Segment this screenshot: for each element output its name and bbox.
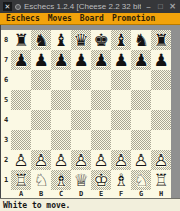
rank-label-2: 2: [1, 150, 11, 170]
menu-item-promotion[interactable]: Promotion: [108, 14, 159, 23]
white-pawn-piece: ♙: [91, 150, 111, 170]
piece-halo: ♟: [31, 150, 51, 170]
piece-halo: ♟: [71, 150, 91, 170]
rank-label-1: 1: [1, 170, 11, 190]
maximize-button[interactable]: □: [156, 1, 165, 12]
white-pawn-piece: ♙: [31, 150, 51, 170]
white-rook-piece: ♖: [151, 170, 171, 190]
square-b2[interactable]: ♟♙: [31, 150, 51, 170]
square-g7[interactable]: ♟♟: [131, 50, 151, 70]
minimize-button[interactable]: –: [144, 1, 153, 12]
rank-label-5: 5: [1, 90, 11, 110]
window-menu-icon[interactable]: [15, 4, 21, 10]
app-window: ✕ Eschecs 1.2.4 [Cheese 2.2 32 bits] – □…: [0, 0, 180, 211]
file-label-h: H: [151, 190, 171, 198]
square-c3[interactable]: [51, 130, 71, 150]
square-d2[interactable]: ♟♙: [71, 150, 91, 170]
black-pawn-piece: ♟: [91, 50, 111, 70]
square-h1[interactable]: ♜♖: [151, 170, 171, 190]
piece-halo: ♟: [111, 50, 131, 70]
square-a6[interactable]: [11, 70, 31, 90]
white-bishop-piece: ♗: [51, 170, 71, 190]
piece-halo: ♜: [151, 170, 171, 190]
square-a3[interactable]: [11, 130, 31, 150]
piece-halo: ♝: [111, 170, 131, 190]
piece-halo: ♜: [151, 30, 171, 50]
piece-halo: ♟: [151, 150, 171, 170]
square-g1[interactable]: ♞♘: [131, 170, 151, 190]
piece-halo: ♟: [111, 150, 131, 170]
square-h8[interactable]: ♜♜: [151, 30, 171, 50]
white-bishop-piece: ♗: [111, 170, 131, 190]
close-button[interactable]: ✕: [168, 1, 177, 12]
square-h6[interactable]: [151, 70, 171, 90]
square-b4[interactable]: [31, 110, 51, 130]
piece-halo: ♟: [11, 150, 31, 170]
piece-halo: ♚: [91, 170, 111, 190]
square-c1[interactable]: ♝♗: [51, 170, 71, 190]
piece-halo: ♟: [91, 150, 111, 170]
square-b8[interactable]: ♞♞: [31, 30, 51, 50]
black-rook-piece: ♜: [11, 30, 31, 50]
square-f6[interactable]: [111, 70, 131, 90]
black-pawn-piece: ♟: [71, 50, 91, 70]
piece-halo: ♝: [111, 30, 131, 50]
square-e5[interactable]: [91, 90, 111, 110]
white-knight-piece: ♘: [31, 170, 51, 190]
square-g5[interactable]: [131, 90, 151, 110]
menu-item-eschecs[interactable]: Eschecs: [2, 14, 44, 23]
piece-halo: ♟: [151, 50, 171, 70]
rank-label-7: 7: [1, 50, 11, 70]
status-text: White to move.: [3, 201, 70, 210]
square-b5[interactable]: [31, 90, 51, 110]
square-d4[interactable]: [71, 110, 91, 130]
white-knight-piece: ♘: [131, 170, 151, 190]
black-pawn-piece: ♟: [111, 50, 131, 70]
square-c6[interactable]: [51, 70, 71, 90]
square-d6[interactable]: [71, 70, 91, 90]
white-pawn-piece: ♙: [51, 150, 71, 170]
rank-labels: 87654321: [1, 30, 11, 190]
white-rook-piece: ♖: [11, 170, 31, 190]
square-f8[interactable]: ♝♝: [111, 30, 131, 50]
square-c5[interactable]: [51, 90, 71, 110]
white-pawn-piece: ♙: [131, 150, 151, 170]
file-labels: ABCDEFGH: [1, 190, 171, 198]
square-f5[interactable]: [111, 90, 131, 110]
black-pawn-piece: ♟: [131, 50, 151, 70]
menubar: EschecsMovesBoardPromotion: [0, 13, 180, 25]
square-g6[interactable]: [131, 70, 151, 90]
square-b3[interactable]: [31, 130, 51, 150]
piece-halo: ♛: [71, 170, 91, 190]
black-pawn-piece: ♟: [151, 50, 171, 70]
square-c8[interactable]: ♝♝: [51, 30, 71, 50]
square-f3[interactable]: [111, 130, 131, 150]
piece-halo: ♞: [31, 30, 51, 50]
piece-halo: ♝: [51, 30, 71, 50]
rank-label-6: 6: [1, 70, 11, 90]
piece-halo: ♟: [51, 50, 71, 70]
file-label-f: F: [111, 190, 131, 198]
square-f4[interactable]: [111, 110, 131, 130]
square-f7[interactable]: ♟♟: [111, 50, 131, 70]
square-a8[interactable]: ♜♜: [11, 30, 31, 50]
window-title: Eschecs 1.2.4 [Cheese 2.2 32 bits]: [24, 2, 141, 11]
square-g2[interactable]: ♟♙: [131, 150, 151, 170]
black-pawn-piece: ♟: [11, 50, 31, 70]
square-c4[interactable]: [51, 110, 71, 130]
black-bishop-piece: ♝: [51, 30, 71, 50]
square-g4[interactable]: [131, 110, 151, 130]
square-g8[interactable]: ♞♞: [131, 30, 151, 50]
square-e3[interactable]: [91, 130, 111, 150]
piece-halo: ♞: [131, 30, 151, 50]
black-king-piece: ♚: [91, 30, 111, 50]
rank-label-3: 3: [1, 130, 11, 150]
piece-halo: ♟: [131, 150, 151, 170]
square-g3[interactable]: [131, 130, 151, 150]
file-label-e: E: [91, 190, 111, 198]
square-c2[interactable]: ♟♙: [51, 150, 71, 170]
square-h7[interactable]: ♟♟: [151, 50, 171, 70]
black-bishop-piece: ♝: [111, 30, 131, 50]
file-label-g: G: [131, 190, 151, 198]
square-e7[interactable]: ♟♟: [91, 50, 111, 70]
piece-halo: ♟: [71, 50, 91, 70]
square-a7[interactable]: ♟♟: [11, 50, 31, 70]
square-h4[interactable]: [151, 110, 171, 130]
board: ♜♜♞♞♝♝♛♛♚♚♝♝♞♞♜♜♟♟♟♟♟♟♟♟♟♟♟♟♟♟♟♟♟♙♟♙♟♙♟♙…: [11, 30, 171, 190]
menu-item-moves[interactable]: Moves: [44, 14, 76, 23]
square-e1[interactable]: ♚♔: [91, 170, 111, 190]
square-f1[interactable]: ♝♗: [111, 170, 131, 190]
title-bar: ✕ Eschecs 1.2.4 [Cheese 2.2 32 bits] – □…: [0, 0, 180, 13]
square-d8[interactable]: ♛♛: [71, 30, 91, 50]
file-label-d: D: [71, 190, 91, 198]
piece-halo: ♟: [31, 50, 51, 70]
square-d7[interactable]: ♟♟: [71, 50, 91, 70]
rank-label-4: 4: [1, 110, 11, 130]
square-b1[interactable]: ♞♘: [31, 170, 51, 190]
black-pawn-piece: ♟: [31, 50, 51, 70]
menu-item-board[interactable]: Board: [76, 14, 108, 23]
file-label-a: A: [11, 190, 31, 198]
white-pawn-piece: ♙: [151, 150, 171, 170]
white-pawn-piece: ♙: [71, 150, 91, 170]
app-x-icon: ✕: [3, 2, 12, 11]
black-queen-piece: ♛: [71, 30, 91, 50]
board-section: 87654321 ♜♜♞♞♝♝♛♛♚♚♝♝♞♞♜♜♟♟♟♟♟♟♟♟♟♟♟♟♟♟♟…: [0, 25, 180, 198]
square-d1[interactable]: ♛♕: [71, 170, 91, 190]
piece-halo: ♟: [131, 50, 151, 70]
square-a5[interactable]: [11, 90, 31, 110]
white-pawn-piece: ♙: [111, 150, 131, 170]
piece-halo: ♟: [91, 50, 111, 70]
square-c7[interactable]: ♟♟: [51, 50, 71, 70]
piece-halo: ♟: [51, 150, 71, 170]
square-b7[interactable]: ♟♟: [31, 50, 51, 70]
status-bar: White to move.: [0, 198, 180, 211]
square-e2[interactable]: ♟♙: [91, 150, 111, 170]
square-d3[interactable]: [71, 130, 91, 150]
file-label-c: C: [51, 190, 71, 198]
square-f2[interactable]: ♟♙: [111, 150, 131, 170]
square-d5[interactable]: [71, 90, 91, 110]
square-h2[interactable]: ♟♙: [151, 150, 171, 170]
square-b6[interactable]: [31, 70, 51, 90]
square-a2[interactable]: ♟♙: [11, 150, 31, 170]
square-h3[interactable]: [151, 130, 171, 150]
white-pawn-piece: ♙: [11, 150, 31, 170]
square-a1[interactable]: ♜♖: [11, 170, 31, 190]
black-rook-piece: ♜: [151, 30, 171, 50]
piece-halo: ♜: [11, 170, 31, 190]
square-h5[interactable]: [151, 90, 171, 110]
square-a4[interactable]: [11, 110, 31, 130]
piece-halo: ♚: [91, 30, 111, 50]
white-queen-piece: ♕: [71, 170, 91, 190]
piece-halo: ♟: [11, 50, 31, 70]
white-king-piece: ♔: [91, 170, 111, 190]
square-e6[interactable]: [91, 70, 111, 90]
black-pawn-piece: ♟: [51, 50, 71, 70]
piece-halo: ♛: [71, 30, 91, 50]
piece-halo: ♜: [11, 30, 31, 50]
square-e4[interactable]: [91, 110, 111, 130]
black-knight-piece: ♞: [131, 30, 151, 50]
piece-halo: ♞: [31, 170, 51, 190]
black-knight-piece: ♞: [31, 30, 51, 50]
rank-label-8: 8: [1, 30, 11, 50]
piece-halo: ♞: [131, 170, 151, 190]
square-e8[interactable]: ♚♚: [91, 30, 111, 50]
file-label-b: B: [31, 190, 51, 198]
piece-halo: ♝: [51, 170, 71, 190]
